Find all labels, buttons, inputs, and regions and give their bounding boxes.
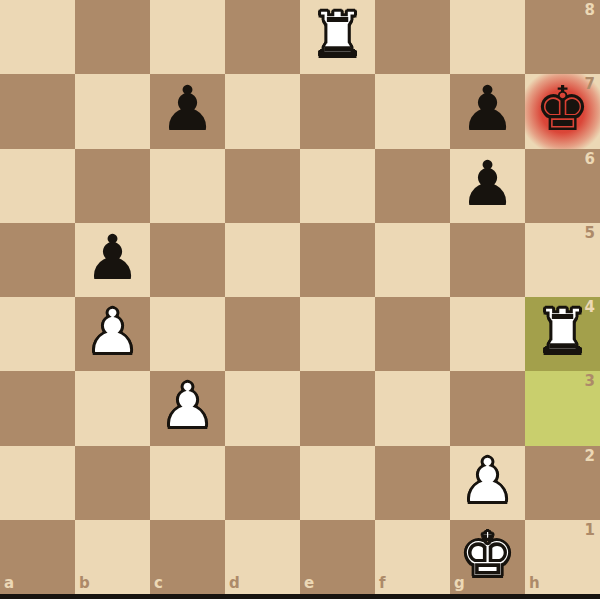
square-a5[interactable]	[0, 223, 75, 297]
square-b4[interactable]: ♟	[75, 297, 150, 371]
white-king[interactable]: ♚	[460, 524, 516, 586]
square-h7[interactable]: ♚7	[525, 74, 600, 148]
square-c1[interactable]: c	[150, 520, 225, 594]
black-pawn[interactable]: ♟	[160, 78, 216, 140]
square-d1[interactable]: d	[225, 520, 300, 594]
square-h1[interactable]: h1	[525, 520, 600, 594]
square-f2[interactable]	[375, 446, 450, 520]
square-h8[interactable]: 8	[525, 0, 600, 74]
black-pawn[interactable]: ♟	[460, 78, 516, 140]
rank-label-4: 4	[585, 300, 595, 315]
square-d5[interactable]	[225, 223, 300, 297]
file-label-g: g	[454, 576, 465, 591]
square-h5[interactable]: 5	[525, 223, 600, 297]
square-a3[interactable]	[0, 371, 75, 445]
square-c2[interactable]	[150, 446, 225, 520]
square-g1[interactable]: ♚g	[450, 520, 525, 594]
square-f6[interactable]	[375, 149, 450, 223]
square-c4[interactable]	[150, 297, 225, 371]
square-d7[interactable]	[225, 74, 300, 148]
square-h3[interactable]: 3	[525, 371, 600, 445]
square-d8[interactable]	[225, 0, 300, 74]
black-pawn[interactable]: ♟	[85, 227, 141, 289]
file-label-a: a	[4, 576, 14, 591]
rank-label-3: 3	[585, 374, 595, 389]
square-c5[interactable]	[150, 223, 225, 297]
square-d4[interactable]	[225, 297, 300, 371]
square-a2[interactable]	[0, 446, 75, 520]
black-pawn[interactable]: ♟	[460, 153, 516, 215]
square-e1[interactable]: e	[300, 520, 375, 594]
rank-label-8: 8	[585, 3, 595, 18]
square-f5[interactable]	[375, 223, 450, 297]
square-a1[interactable]: a	[0, 520, 75, 594]
chess-board-wrapper: ♜8♟♟♚7♟6♟5♟♜4♟3♟2abcdef♚gh1	[0, 0, 600, 599]
square-h4[interactable]: ♜4	[525, 297, 600, 371]
square-c8[interactable]	[150, 0, 225, 74]
square-g3[interactable]	[450, 371, 525, 445]
white-pawn[interactable]: ♟	[85, 301, 141, 363]
square-b6[interactable]	[75, 149, 150, 223]
square-b7[interactable]	[75, 74, 150, 148]
rank-label-7: 7	[585, 77, 595, 92]
square-d3[interactable]	[225, 371, 300, 445]
square-f4[interactable]	[375, 297, 450, 371]
square-b1[interactable]: b	[75, 520, 150, 594]
square-h6[interactable]: 6	[525, 149, 600, 223]
square-f8[interactable]	[375, 0, 450, 74]
square-a4[interactable]	[0, 297, 75, 371]
square-a6[interactable]	[0, 149, 75, 223]
file-label-h: h	[529, 576, 540, 591]
square-g6[interactable]: ♟	[450, 149, 525, 223]
square-g2[interactable]: ♟	[450, 446, 525, 520]
square-b8[interactable]	[75, 0, 150, 74]
square-f1[interactable]: f	[375, 520, 450, 594]
square-d6[interactable]	[225, 149, 300, 223]
rank-label-5: 5	[585, 226, 595, 241]
file-label-d: d	[229, 576, 240, 591]
file-label-b: b	[79, 576, 90, 591]
square-e6[interactable]	[300, 149, 375, 223]
white-rook[interactable]: ♜	[310, 4, 366, 66]
square-g4[interactable]	[450, 297, 525, 371]
white-rook[interactable]: ♜	[535, 301, 591, 363]
square-e5[interactable]	[300, 223, 375, 297]
square-a7[interactable]	[0, 74, 75, 148]
white-pawn[interactable]: ♟	[160, 375, 216, 437]
square-c7[interactable]: ♟	[150, 74, 225, 148]
square-g8[interactable]	[450, 0, 525, 74]
file-label-e: e	[304, 576, 314, 591]
square-e4[interactable]	[300, 297, 375, 371]
black-king[interactable]: ♚	[535, 78, 591, 140]
square-d2[interactable]	[225, 446, 300, 520]
square-b5[interactable]: ♟	[75, 223, 150, 297]
square-e2[interactable]	[300, 446, 375, 520]
square-e8[interactable]: ♜	[300, 0, 375, 74]
rank-label-2: 2	[585, 449, 595, 464]
square-c3[interactable]: ♟	[150, 371, 225, 445]
square-e7[interactable]	[300, 74, 375, 148]
square-g7[interactable]: ♟	[450, 74, 525, 148]
bottom-bar	[0, 594, 600, 599]
square-a8[interactable]	[0, 0, 75, 74]
rank-label-1: 1	[585, 523, 595, 538]
square-c6[interactable]	[150, 149, 225, 223]
file-label-f: f	[379, 576, 386, 591]
square-f7[interactable]	[375, 74, 450, 148]
chess-board: ♜8♟♟♚7♟6♟5♟♜4♟3♟2abcdef♚gh1	[0, 0, 600, 594]
rank-label-6: 6	[585, 152, 595, 167]
file-label-c: c	[154, 576, 163, 591]
square-g5[interactable]	[450, 223, 525, 297]
white-pawn[interactable]: ♟	[460, 450, 516, 512]
square-f3[interactable]	[375, 371, 450, 445]
square-e3[interactable]	[300, 371, 375, 445]
square-h2[interactable]: 2	[525, 446, 600, 520]
square-b2[interactable]	[75, 446, 150, 520]
square-b3[interactable]	[75, 371, 150, 445]
